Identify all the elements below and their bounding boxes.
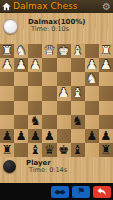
square[interactable] [85,101,99,115]
square[interactable] [14,72,28,86]
app-title: Dalmax Chess [13,2,100,11]
square[interactable] [14,143,28,157]
opponent-info: Dalmax(100%) Time: 0:10s [3,18,86,34]
square[interactable] [14,101,28,115]
black-bishop[interactable]: ♝ [30,143,41,156]
home-icon[interactable] [2,2,11,11]
square[interactable] [42,72,56,86]
undo-arrow-icon [97,187,107,196]
player-time: Time: 0:14s [26,167,67,175]
square[interactable]: ♟ [99,58,113,72]
square[interactable] [57,72,71,86]
black-queen[interactable]: ♛ [44,143,55,156]
opponent-time: Time: 0:10s [28,26,86,34]
chess-board[interactable]: ♜♞♛♚♝♜♟♟♟♟♟♞♟♝♞♞♟♟♟♟♟♟♜♝♛♚♝♜ [0,44,113,157]
square[interactable]: ♝ [71,86,85,100]
black-knight[interactable]: ♞ [72,115,83,128]
white-bishop[interactable]: ♝ [72,87,83,100]
black-rook[interactable]: ♜ [100,143,111,156]
black-rook[interactable]: ♜ [1,143,12,156]
square[interactable] [42,115,56,129]
square[interactable] [85,143,99,157]
square[interactable]: ♟ [85,58,99,72]
black-pawn[interactable]: ♟ [30,129,41,142]
white-rook[interactable]: ♜ [100,44,111,57]
square[interactable] [85,115,99,129]
offer-draw-button[interactable] [51,186,69,198]
square[interactable]: ♜ [0,143,14,157]
action-bar: ⚑ [0,183,113,200]
square[interactable] [28,101,42,115]
white-avatar [3,19,18,34]
white-bishop[interactable]: ♝ [72,44,83,57]
black-bishop[interactable]: ♝ [72,143,83,156]
square[interactable]: ♛ [42,44,56,58]
square[interactable]: ♟ [99,129,113,143]
white-king[interactable]: ♚ [58,44,69,57]
square[interactable] [28,72,42,86]
square[interactable] [14,115,28,129]
square[interactable]: ♜ [99,44,113,58]
square[interactable]: ♞ [85,72,99,86]
square[interactable] [71,101,85,115]
square[interactable]: ♚ [57,44,71,58]
square[interactable]: ♛ [42,143,56,157]
dalmax-chess-app: Dalmax Chess ⚙ Dalmax(100%) Time: 0:10s … [0,0,113,200]
black-pawn[interactable]: ♟ [1,129,12,142]
square[interactable]: ♜ [99,143,113,157]
square[interactable] [14,86,28,100]
square[interactable]: ♟ [85,129,99,143]
square[interactable]: ♞ [14,44,28,58]
white-queen[interactable]: ♛ [44,44,55,57]
square[interactable] [42,58,56,72]
square[interactable]: ♟ [0,129,14,143]
square[interactable]: ♟ [28,58,42,72]
square[interactable] [71,129,85,143]
square[interactable] [42,101,56,115]
black-pawn[interactable]: ♟ [86,129,97,142]
square[interactable] [0,72,14,86]
square[interactable]: ♞ [28,115,42,129]
square[interactable]: ♟ [0,58,14,72]
square[interactable] [42,86,56,100]
square[interactable]: ♝ [71,143,85,157]
square[interactable]: ♟ [14,58,28,72]
title-bar: Dalmax Chess ⚙ [0,0,113,13]
handshake-icon [54,188,66,195]
black-pawn[interactable]: ♟ [100,129,111,142]
gear-icon[interactable]: ⚙ [102,2,111,12]
square[interactable]: ♚ [57,143,71,157]
black-pawn[interactable]: ♟ [44,129,55,142]
white-pawn[interactable]: ♟ [58,87,69,100]
square[interactable] [57,101,71,115]
resign-button[interactable]: ⚑ [72,186,90,198]
white-knight[interactable]: ♞ [86,73,97,86]
square[interactable] [57,115,71,129]
square[interactable] [99,86,113,100]
white-pawn[interactable]: ♟ [100,58,111,71]
square[interactable] [0,101,14,115]
square[interactable]: ♜ [0,44,14,58]
square[interactable]: ♞ [71,115,85,129]
white-pawn[interactable]: ♟ [16,58,27,71]
black-knight[interactable]: ♞ [30,115,41,128]
white-rook[interactable]: ♜ [1,44,12,57]
square[interactable] [57,58,71,72]
square[interactable] [0,86,14,100]
white-pawn[interactable]: ♟ [1,58,12,71]
square[interactable] [71,72,85,86]
square[interactable]: ♟ [14,129,28,143]
square[interactable] [71,58,85,72]
square[interactable]: ♟ [57,86,71,100]
square[interactable]: ♝ [28,143,42,157]
black-avatar [3,160,16,173]
square[interactable] [28,44,42,58]
white-pawn[interactable]: ♟ [30,58,41,71]
square[interactable] [85,44,99,58]
square[interactable] [99,72,113,86]
player-info: Player Time: 0:14s [3,159,67,175]
square[interactable] [85,86,99,100]
square[interactable]: ♟ [28,129,42,143]
square[interactable]: ♟ [42,129,56,143]
white-knight[interactable]: ♞ [16,44,27,57]
flag-icon: ⚑ [77,187,85,196]
white-pawn[interactable]: ♟ [86,58,97,71]
square[interactable] [57,129,71,143]
square[interactable] [99,101,113,115]
square[interactable] [28,86,42,100]
black-king[interactable]: ♚ [58,143,69,156]
square[interactable] [99,115,113,129]
square[interactable]: ♝ [71,44,85,58]
black-pawn[interactable]: ♟ [16,129,27,142]
square[interactable] [0,115,14,129]
undo-button[interactable] [93,186,111,198]
